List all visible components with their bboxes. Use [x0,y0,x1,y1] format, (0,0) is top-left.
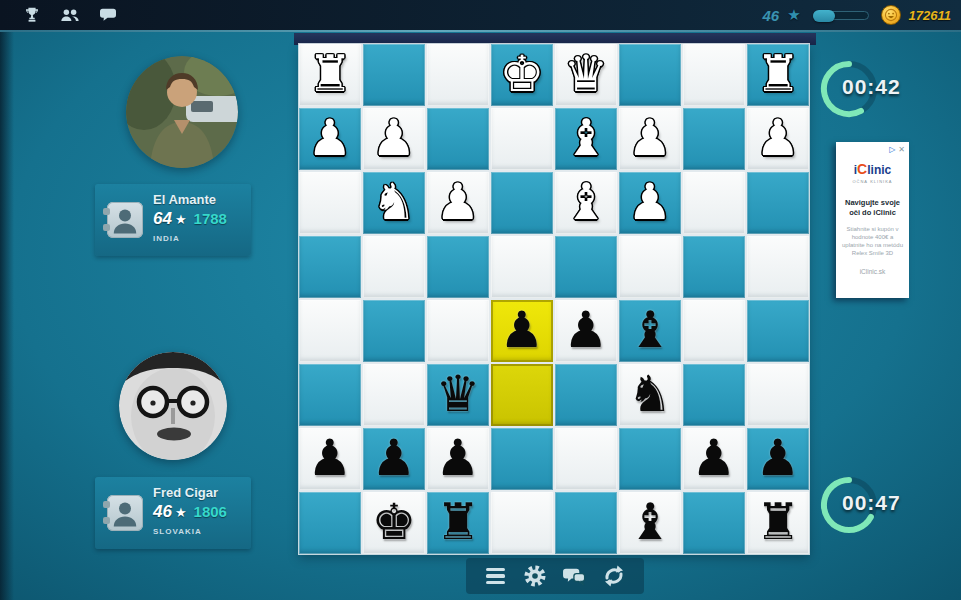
square-h2[interactable]: ♟ [299,108,361,170]
bottom-player-level: 46 [153,502,172,522]
square-a2[interactable]: ♟ [747,108,809,170]
square-a1[interactable]: ♜ [747,44,809,106]
bottom-player-name: Fred Cigar [153,485,218,500]
square-a7[interactable]: ♟ [747,428,809,490]
settings-icon[interactable] [522,563,548,589]
piece-wP: ♟ [619,172,681,234]
square-d2[interactable]: ♝ [555,108,617,170]
square-g3[interactable]: ♞ [363,172,425,234]
square-e5[interactable]: ♟ [491,300,553,362]
piece-bQ: ♛ [427,364,489,426]
square-c6[interactable]: ♞ [619,364,681,426]
bottom-player-country: SLOVAKIA [153,527,202,536]
square-e4[interactable] [491,236,553,298]
square-g1[interactable] [363,44,425,106]
square-h4[interactable] [299,236,361,298]
square-d1[interactable]: ♛ [555,44,617,106]
square-c8[interactable]: ♝ [619,492,681,554]
chat-icon[interactable] [98,6,118,24]
adchoices-icon[interactable]: ▷ [889,146,895,154]
square-h1[interactable]: ♜ [299,44,361,106]
top-player-clock: 00:42 [820,60,955,124]
ad-body-text: Stiahnite si kupón v hodnote 400€ a upla… [840,226,905,257]
profile-book-icon [107,202,143,238]
top-bar-right: 46 ★ 172611 [762,0,951,30]
square-d8[interactable] [555,492,617,554]
piece-wP: ♟ [619,108,681,170]
piece-wP: ♟ [427,172,489,234]
top-bar-divider [0,30,961,32]
square-c4[interactable] [619,236,681,298]
top-player-panel[interactable]: El Amante 64 ★ 1788 INDIA [95,184,251,256]
square-b2[interactable] [683,108,745,170]
ad-tagline: OČNÁ KLINIKA [840,179,905,184]
square-c3[interactable]: ♟ [619,172,681,234]
top-player-country: INDIA [153,234,180,243]
top-player-rating: 1788 [194,210,227,227]
square-a3[interactable] [747,172,809,234]
square-c7[interactable] [619,428,681,490]
square-a4[interactable] [747,236,809,298]
square-f2[interactable] [427,108,489,170]
piece-wB: ♝ [555,108,617,170]
user-level: 46 [762,7,779,24]
piece-bN: ♞ [619,364,681,426]
square-c2[interactable]: ♟ [619,108,681,170]
ad-headline: Navigujte svoje oči do iClinic [840,198,905,218]
top-player-name: El Amante [153,192,216,207]
bottom-player-stats: 46 ★ 1806 [153,502,227,522]
piece-bP: ♟ [747,428,809,490]
piece-bP: ♟ [363,428,425,490]
square-g4[interactable] [363,236,425,298]
friends-icon[interactable] [60,6,80,24]
piece-bP: ♟ [427,428,489,490]
ad-close-icon[interactable]: ✕ [898,146,905,154]
square-b6[interactable] [683,364,745,426]
square-g2[interactable]: ♟ [363,108,425,170]
piece-bB: ♝ [619,300,681,362]
square-f8[interactable]: ♜ [427,492,489,554]
square-a8[interactable]: ♜ [747,492,809,554]
piece-bP: ♟ [299,428,361,490]
square-d7[interactable] [555,428,617,490]
piece-bP: ♟ [491,300,553,362]
level-star-icon: ★ [787,6,800,24]
avatar-bottom-player[interactable] [119,352,227,460]
square-e2[interactable] [491,108,553,170]
square-c1[interactable] [619,44,681,106]
piece-wK: ♚ [491,44,553,106]
square-e3[interactable] [491,172,553,234]
menu-icon[interactable] [483,563,509,589]
bottom-player-rating: 1806 [194,503,227,520]
piece-bR: ♜ [427,492,489,554]
top-clock-time: 00:42 [842,75,901,99]
ad-link[interactable]: iClinic.sk [840,268,905,275]
star-icon: ★ [175,212,187,227]
square-b5[interactable] [683,300,745,362]
square-g7[interactable]: ♟ [363,428,425,490]
square-b4[interactable] [683,236,745,298]
top-bar: 46 ★ 172611 [0,0,961,30]
square-c5[interactable]: ♝ [619,300,681,362]
square-b1[interactable] [683,44,745,106]
square-g6[interactable] [363,364,425,426]
top-player-level: 64 [153,209,172,229]
chess-app-screen: { "game": "chess", "position": { "fen": … [0,0,961,600]
piece-wR: ♜ [747,44,809,106]
bottom-player-panel[interactable]: Fred Cigar 46 ★ 1806 SLOVAKIA [95,477,251,549]
square-h8[interactable] [299,492,361,554]
piece-wP: ♟ [363,108,425,170]
square-h6[interactable] [299,364,361,426]
piece-wR: ♜ [299,44,361,106]
trophy-icon[interactable] [22,6,42,24]
square-e7[interactable] [491,428,553,490]
square-f4[interactable] [427,236,489,298]
piece-wN: ♞ [363,172,425,234]
square-e8[interactable] [491,492,553,554]
piece-bP: ♟ [683,428,745,490]
piece-wQ: ♛ [555,44,617,106]
game-toolbar [466,558,644,594]
square-h7[interactable]: ♟ [299,428,361,490]
square-a6[interactable] [747,364,809,426]
square-d3[interactable]: ♝ [555,172,617,234]
piece-bK: ♚ [363,492,425,554]
coin-icon[interactable] [881,5,901,25]
volume-slider[interactable] [813,11,869,20]
piece-wP: ♟ [299,108,361,170]
square-f5[interactable] [427,300,489,362]
chat-bubbles-icon[interactable] [562,563,588,589]
piece-wP: ♟ [747,108,809,170]
square-f6[interactable]: ♛ [427,364,489,426]
square-f3[interactable]: ♟ [427,172,489,234]
top-bar-left-icons [0,6,118,24]
piece-bR: ♜ [747,492,809,554]
square-b7[interactable]: ♟ [683,428,745,490]
square-f7[interactable]: ♟ [427,428,489,490]
ad-logo: iClinic [840,160,905,178]
avatar-top-player[interactable] [126,56,238,168]
square-d6[interactable] [555,364,617,426]
square-d4[interactable] [555,236,617,298]
ad-banner[interactable]: ▷ ✕ iClinic OČNÁ KLINIKA Navigujte svoje… [836,142,909,298]
square-b3[interactable] [683,172,745,234]
square-g5[interactable] [363,300,425,362]
square-d5[interactable]: ♟ [555,300,617,362]
coin-balance[interactable]: 172611 [909,8,951,23]
square-e1[interactable]: ♚ [491,44,553,106]
square-g8[interactable]: ♚ [363,492,425,554]
square-e6[interactable] [491,364,553,426]
top-player-stats: 64 ★ 1788 [153,209,227,229]
bottom-clock-time: 00:47 [842,491,901,515]
piece-bP: ♟ [555,300,617,362]
square-f1[interactable] [427,44,489,106]
bottom-player-clock: 00:47 [820,476,955,540]
square-a5[interactable] [747,300,809,362]
star-icon: ★ [175,505,187,520]
chess-board: ♜♚♛♜♟♟♝♟♟♞♟♝♟♟♟♝♛♞♟♟♟♟♟♚♜♝♜ [299,44,809,554]
flip-board-icon[interactable] [601,563,627,589]
square-b8[interactable] [683,492,745,554]
slider-knob[interactable] [813,10,835,22]
profile-book-icon [107,495,143,531]
piece-wB: ♝ [555,172,617,234]
square-h3[interactable] [299,172,361,234]
piece-bB: ♝ [619,492,681,554]
square-h5[interactable] [299,300,361,362]
